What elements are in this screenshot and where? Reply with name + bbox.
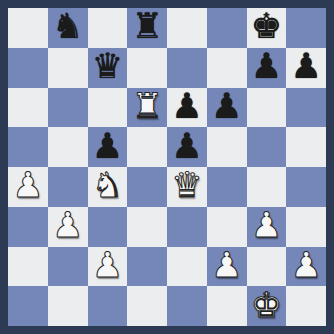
square-f5[interactable]	[207, 127, 247, 167]
square-a7[interactable]	[8, 48, 48, 88]
square-h2[interactable]: ♟	[286, 247, 326, 287]
square-c6[interactable]	[88, 88, 128, 128]
piece-black-pawn[interactable]: ♟	[211, 89, 242, 124]
piece-black-pawn[interactable]: ♟	[171, 129, 202, 164]
square-c1[interactable]	[88, 286, 128, 326]
square-g6[interactable]	[247, 88, 287, 128]
square-f8[interactable]	[207, 8, 247, 48]
square-h4[interactable]	[286, 167, 326, 207]
piece-black-knight[interactable]: ♞	[52, 9, 83, 44]
piece-black-pawn[interactable]: ♟	[171, 89, 202, 124]
square-a6[interactable]	[8, 88, 48, 128]
piece-black-king[interactable]: ♚	[251, 9, 282, 44]
square-a4[interactable]: ♟	[8, 167, 48, 207]
square-a2[interactable]	[8, 247, 48, 287]
square-b1[interactable]	[48, 286, 88, 326]
piece-white-queen[interactable]: ♛	[171, 168, 202, 203]
piece-white-rook[interactable]: ♜	[131, 89, 162, 124]
piece-black-queen[interactable]: ♛	[92, 49, 123, 84]
square-b5[interactable]	[48, 127, 88, 167]
square-a3[interactable]	[8, 207, 48, 247]
square-d5[interactable]	[127, 127, 167, 167]
square-a1[interactable]	[8, 286, 48, 326]
square-g5[interactable]	[247, 127, 287, 167]
square-g7[interactable]: ♟	[247, 48, 287, 88]
piece-black-pawn[interactable]: ♟	[92, 129, 123, 164]
square-b3[interactable]: ♟	[48, 207, 88, 247]
piece-white-king[interactable]: ♚	[251, 288, 282, 323]
piece-white-pawn[interactable]: ♟	[12, 168, 43, 203]
square-d8[interactable]: ♜	[127, 8, 167, 48]
square-b2[interactable]	[48, 247, 88, 287]
square-f7[interactable]	[207, 48, 247, 88]
square-g2[interactable]	[247, 247, 287, 287]
square-e8[interactable]	[167, 8, 207, 48]
chess-board: ♞♜♚♛♟♟♜♟♟♟♟♟♞♛♟♟♟♟♟♚	[8, 8, 326, 326]
square-c8[interactable]	[88, 8, 128, 48]
square-e6[interactable]: ♟	[167, 88, 207, 128]
piece-black-pawn[interactable]: ♟	[251, 49, 282, 84]
square-f1[interactable]	[207, 286, 247, 326]
square-h7[interactable]: ♟	[286, 48, 326, 88]
square-b4[interactable]	[48, 167, 88, 207]
square-d1[interactable]	[127, 286, 167, 326]
square-f6[interactable]: ♟	[207, 88, 247, 128]
square-d2[interactable]	[127, 247, 167, 287]
square-h5[interactable]	[286, 127, 326, 167]
square-d3[interactable]	[127, 207, 167, 247]
square-b7[interactable]	[48, 48, 88, 88]
piece-white-pawn[interactable]: ♟	[290, 248, 321, 283]
square-a8[interactable]	[8, 8, 48, 48]
square-e7[interactable]	[167, 48, 207, 88]
square-c2[interactable]: ♟	[88, 247, 128, 287]
square-c4[interactable]: ♞	[88, 167, 128, 207]
square-c7[interactable]: ♛	[88, 48, 128, 88]
square-f4[interactable]	[207, 167, 247, 207]
square-h6[interactable]	[286, 88, 326, 128]
square-b6[interactable]	[48, 88, 88, 128]
square-d4[interactable]	[127, 167, 167, 207]
square-c3[interactable]	[88, 207, 128, 247]
square-e1[interactable]	[167, 286, 207, 326]
piece-white-pawn[interactable]: ♟	[211, 248, 242, 283]
square-d7[interactable]	[127, 48, 167, 88]
piece-black-rook[interactable]: ♜	[131, 9, 162, 44]
square-e2[interactable]	[167, 247, 207, 287]
square-h1[interactable]	[286, 286, 326, 326]
piece-white-knight[interactable]: ♞	[92, 168, 123, 203]
square-e5[interactable]: ♟	[167, 127, 207, 167]
square-b8[interactable]: ♞	[48, 8, 88, 48]
square-g1[interactable]: ♚	[247, 286, 287, 326]
chess-board-frame: ♞♜♚♛♟♟♜♟♟♟♟♟♞♛♟♟♟♟♟♚	[0, 0, 334, 334]
square-f3[interactable]	[207, 207, 247, 247]
piece-black-pawn[interactable]: ♟	[290, 49, 321, 84]
square-g8[interactable]: ♚	[247, 8, 287, 48]
square-g4[interactable]	[247, 167, 287, 207]
square-c5[interactable]: ♟	[88, 127, 128, 167]
piece-white-pawn[interactable]: ♟	[251, 208, 282, 243]
square-h3[interactable]	[286, 207, 326, 247]
square-d6[interactable]: ♜	[127, 88, 167, 128]
square-e3[interactable]	[167, 207, 207, 247]
piece-white-pawn[interactable]: ♟	[92, 248, 123, 283]
square-a5[interactable]	[8, 127, 48, 167]
piece-white-pawn[interactable]: ♟	[52, 208, 83, 243]
square-h8[interactable]	[286, 8, 326, 48]
square-f2[interactable]: ♟	[207, 247, 247, 287]
square-g3[interactable]: ♟	[247, 207, 287, 247]
square-e4[interactable]: ♛	[167, 167, 207, 207]
